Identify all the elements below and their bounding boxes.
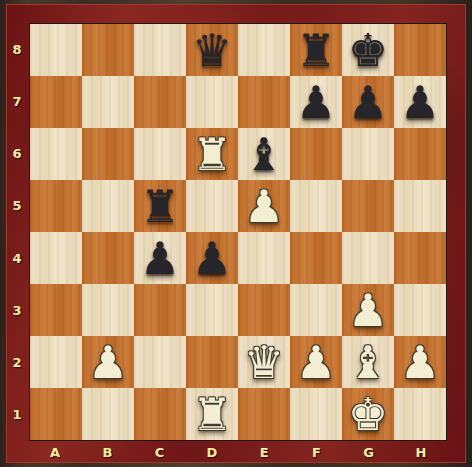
square-c1[interactable] bbox=[134, 388, 186, 440]
square-a8[interactable] bbox=[30, 24, 82, 76]
piece-black-queen[interactable]: ♛ bbox=[192, 28, 232, 73]
square-c2[interactable] bbox=[134, 336, 186, 388]
square-g3[interactable]: ♟ bbox=[342, 284, 394, 336]
square-g6[interactable] bbox=[342, 128, 394, 180]
square-h2[interactable]: ♟ bbox=[394, 336, 446, 388]
square-f5[interactable] bbox=[290, 180, 342, 232]
square-d1[interactable]: ♜ bbox=[186, 388, 238, 440]
square-d5[interactable] bbox=[186, 180, 238, 232]
file-label-d: D bbox=[186, 442, 238, 463]
square-d7[interactable] bbox=[186, 76, 238, 128]
piece-white-pawn[interactable]: ♟ bbox=[88, 340, 128, 385]
square-f8[interactable]: ♜ bbox=[290, 24, 342, 76]
square-f7[interactable]: ♟ bbox=[290, 76, 342, 128]
square-h6[interactable] bbox=[394, 128, 446, 180]
square-g7[interactable]: ♟ bbox=[342, 76, 394, 128]
piece-white-rook[interactable]: ♜ bbox=[192, 392, 232, 437]
piece-black-bishop[interactable]: ♝ bbox=[244, 132, 284, 177]
square-g2[interactable]: ♝ bbox=[342, 336, 394, 388]
square-c6[interactable] bbox=[134, 128, 186, 180]
square-f2[interactable]: ♟ bbox=[290, 336, 342, 388]
square-e4[interactable] bbox=[238, 232, 290, 284]
square-c8[interactable] bbox=[134, 24, 186, 76]
piece-white-pawn[interactable]: ♟ bbox=[296, 340, 336, 385]
square-a6[interactable] bbox=[30, 128, 82, 180]
square-f6[interactable] bbox=[290, 128, 342, 180]
rank-label-4: 4 bbox=[6, 232, 28, 284]
square-b5[interactable] bbox=[82, 180, 134, 232]
piece-black-king[interactable]: ♚ bbox=[348, 28, 388, 73]
file-label-g: G bbox=[343, 442, 395, 463]
piece-white-queen[interactable]: ♛ bbox=[244, 340, 284, 385]
file-label-h: H bbox=[395, 442, 447, 463]
square-h1[interactable] bbox=[394, 388, 446, 440]
square-e1[interactable] bbox=[238, 388, 290, 440]
piece-black-rook[interactable]: ♜ bbox=[296, 28, 336, 73]
square-a1[interactable] bbox=[30, 388, 82, 440]
square-c5[interactable]: ♜ bbox=[134, 180, 186, 232]
square-h8[interactable] bbox=[394, 24, 446, 76]
square-d8[interactable]: ♛ bbox=[186, 24, 238, 76]
square-a5[interactable] bbox=[30, 180, 82, 232]
square-b8[interactable] bbox=[82, 24, 134, 76]
square-f1[interactable] bbox=[290, 388, 342, 440]
square-e6[interactable]: ♝ bbox=[238, 128, 290, 180]
square-b4[interactable] bbox=[82, 232, 134, 284]
piece-white-pawn[interactable]: ♟ bbox=[348, 288, 388, 333]
square-e7[interactable] bbox=[238, 76, 290, 128]
piece-white-king[interactable]: ♚ bbox=[348, 392, 388, 437]
square-b6[interactable] bbox=[82, 128, 134, 180]
square-b3[interactable] bbox=[82, 284, 134, 336]
square-h7[interactable]: ♟ bbox=[394, 76, 446, 128]
square-c7[interactable] bbox=[134, 76, 186, 128]
file-labels: ABCDEFGH bbox=[29, 442, 447, 463]
piece-black-pawn[interactable]: ♟ bbox=[192, 236, 232, 281]
square-h5[interactable] bbox=[394, 180, 446, 232]
piece-white-rook[interactable]: ♜ bbox=[192, 132, 232, 177]
rank-label-8: 8 bbox=[6, 23, 28, 75]
square-f3[interactable] bbox=[290, 284, 342, 336]
square-a2[interactable] bbox=[30, 336, 82, 388]
square-g4[interactable] bbox=[342, 232, 394, 284]
piece-black-pawn[interactable]: ♟ bbox=[400, 80, 440, 125]
piece-black-pawn[interactable]: ♟ bbox=[348, 80, 388, 125]
square-a3[interactable] bbox=[30, 284, 82, 336]
piece-black-pawn[interactable]: ♟ bbox=[140, 236, 180, 281]
file-label-f: F bbox=[290, 442, 342, 463]
rank-label-5: 5 bbox=[6, 180, 28, 232]
square-d3[interactable] bbox=[186, 284, 238, 336]
chess-board[interactable]: ♛♜♚♟♟♟♜♝♜♟♟♟♟♟♛♟♝♟♜♚ bbox=[29, 23, 447, 441]
piece-black-pawn[interactable]: ♟ bbox=[296, 80, 336, 125]
square-e2[interactable]: ♛ bbox=[238, 336, 290, 388]
file-label-a: A bbox=[29, 442, 81, 463]
square-c3[interactable] bbox=[134, 284, 186, 336]
rank-label-2: 2 bbox=[6, 337, 28, 389]
square-g1[interactable]: ♚ bbox=[342, 388, 394, 440]
square-h3[interactable] bbox=[394, 284, 446, 336]
square-e5[interactable]: ♟ bbox=[238, 180, 290, 232]
square-g5[interactable] bbox=[342, 180, 394, 232]
square-h4[interactable] bbox=[394, 232, 446, 284]
square-e3[interactable] bbox=[238, 284, 290, 336]
square-e8[interactable] bbox=[238, 24, 290, 76]
file-label-e: E bbox=[238, 442, 290, 463]
piece-white-bishop[interactable]: ♝ bbox=[348, 340, 388, 385]
square-g8[interactable]: ♚ bbox=[342, 24, 394, 76]
square-a4[interactable] bbox=[30, 232, 82, 284]
square-d2[interactable] bbox=[186, 336, 238, 388]
square-c4[interactable]: ♟ bbox=[134, 232, 186, 284]
piece-white-pawn[interactable]: ♟ bbox=[244, 184, 284, 229]
square-b1[interactable] bbox=[82, 388, 134, 440]
square-b7[interactable] bbox=[82, 76, 134, 128]
chess-app-window: 87654321 ♛♜♚♟♟♟♜♝♜♟♟♟♟♟♛♟♝♟♜♚ ABCDEFGH bbox=[0, 0, 472, 467]
rank-label-1: 1 bbox=[6, 389, 28, 441]
file-label-b: B bbox=[81, 442, 133, 463]
rank-labels: 87654321 bbox=[6, 23, 28, 441]
piece-black-rook[interactable]: ♜ bbox=[140, 184, 180, 229]
file-label-c: C bbox=[134, 442, 186, 463]
square-f4[interactable] bbox=[290, 232, 342, 284]
square-a7[interactable] bbox=[30, 76, 82, 128]
square-d4[interactable]: ♟ bbox=[186, 232, 238, 284]
rank-label-7: 7 bbox=[6, 75, 28, 127]
rank-label-6: 6 bbox=[6, 128, 28, 180]
piece-white-pawn[interactable]: ♟ bbox=[400, 340, 440, 385]
square-b2[interactable]: ♟ bbox=[82, 336, 134, 388]
rank-label-3: 3 bbox=[6, 284, 28, 336]
square-d6[interactable]: ♜ bbox=[186, 128, 238, 180]
